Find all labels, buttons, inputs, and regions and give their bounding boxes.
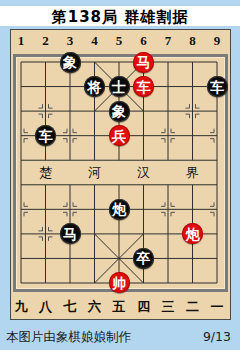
file-label-bottom-6: 四 bbox=[135, 298, 153, 316]
file-label-top-8: 8 bbox=[184, 33, 202, 49]
file-label-bottom-8: 二 bbox=[184, 298, 202, 316]
file-label-top-4: 4 bbox=[86, 33, 104, 49]
piece-black-cannon[interactable]: 炮 bbox=[109, 199, 130, 220]
file-label-bottom-9: 一 bbox=[208, 298, 226, 316]
piece-red-soldier[interactable]: 兵 bbox=[109, 125, 130, 146]
file-label-top-5: 5 bbox=[110, 33, 128, 49]
board-frame: 楚河汉界 象马将士车车象车兵炮马炮卒帅 bbox=[13, 54, 228, 292]
file-label-bottom-7: 三 bbox=[159, 298, 177, 316]
file-label-top-3: 3 bbox=[61, 33, 79, 49]
piece-red-chariot[interactable]: 车 bbox=[133, 76, 154, 97]
file-label-bottom-3: 七 bbox=[61, 298, 79, 316]
piece-black-elephant[interactable]: 象 bbox=[109, 101, 130, 122]
file-label-top-2: 2 bbox=[37, 33, 55, 49]
file-label-bottom-1: 九 bbox=[12, 298, 30, 316]
piece-black-soldier[interactable]: 卒 bbox=[133, 248, 154, 269]
piece-black-elephant[interactable]: 象 bbox=[60, 52, 81, 73]
piece-layer: 象马将士车车象车兵炮马炮卒帅 bbox=[9, 50, 230, 295]
piece-red-cannon[interactable]: 炮 bbox=[182, 223, 203, 244]
file-label-top-6: 6 bbox=[135, 33, 153, 49]
piece-black-general[interactable]: 将 bbox=[84, 76, 105, 97]
file-label-bottom-2: 八 bbox=[37, 298, 55, 316]
board-plate: 123456789 楚河汉界 象马将士车车象车兵炮马炮卒帅 九八七六五四三二一 bbox=[10, 29, 231, 320]
puzzle-title: 第138局 群雄割据 bbox=[0, 8, 240, 27]
piece-black-horse[interactable]: 马 bbox=[60, 223, 81, 244]
page-indicator: 9/13 bbox=[203, 329, 231, 344]
page: { "game": "xiangqi", "title": "第138局 群雄割… bbox=[0, 0, 240, 350]
piece-black-advisor[interactable]: 士 bbox=[109, 76, 130, 97]
file-label-top-7: 7 bbox=[159, 33, 177, 49]
piece-black-chariot[interactable]: 车 bbox=[207, 76, 228, 97]
credit-text: 本图片由象棋娘娘制作 bbox=[6, 329, 131, 346]
file-label-top-1: 1 bbox=[12, 33, 30, 49]
piece-black-chariot[interactable]: 车 bbox=[35, 125, 56, 146]
file-label-bottom-5: 五 bbox=[110, 298, 128, 316]
piece-red-general[interactable]: 帅 bbox=[109, 272, 130, 293]
file-label-bottom-4: 六 bbox=[86, 298, 104, 316]
file-label-top-9: 9 bbox=[208, 33, 226, 49]
piece-red-horse[interactable]: 马 bbox=[133, 52, 154, 73]
